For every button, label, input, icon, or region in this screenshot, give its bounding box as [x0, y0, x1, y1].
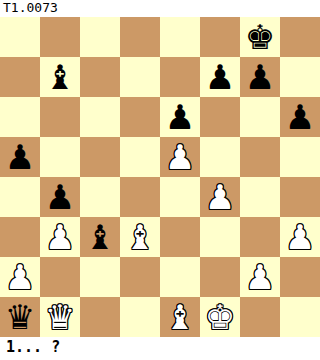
square-b7[interactable]: ♝ — [40, 57, 80, 97]
black-pawn-piece[interactable]: ♟ — [200, 57, 240, 97]
black-pawn-piece[interactable]: ♟ — [40, 177, 80, 217]
square-e8[interactable] — [160, 17, 200, 57]
square-h3[interactable]: ♟ — [280, 217, 320, 257]
square-g1[interactable] — [240, 297, 280, 337]
square-c4[interactable] — [80, 177, 120, 217]
black-bishop-piece[interactable]: ♝ — [40, 57, 80, 97]
square-e4[interactable] — [160, 177, 200, 217]
white-king-piece[interactable]: ♚ — [200, 297, 240, 337]
square-c7[interactable] — [80, 57, 120, 97]
square-f3[interactable] — [200, 217, 240, 257]
square-a3[interactable] — [0, 217, 40, 257]
puzzle-id: T1.0073 — [0, 0, 320, 17]
square-g8[interactable]: ♚ — [240, 17, 280, 57]
square-g3[interactable] — [240, 217, 280, 257]
square-c8[interactable] — [80, 17, 120, 57]
square-d4[interactable] — [120, 177, 160, 217]
square-e1[interactable]: ♝ — [160, 297, 200, 337]
square-b8[interactable] — [40, 17, 80, 57]
square-b5[interactable] — [40, 137, 80, 177]
square-c5[interactable] — [80, 137, 120, 177]
square-e7[interactable] — [160, 57, 200, 97]
black-pawn-piece[interactable]: ♟ — [240, 57, 280, 97]
square-d8[interactable] — [120, 17, 160, 57]
square-b6[interactable] — [40, 97, 80, 137]
square-f6[interactable] — [200, 97, 240, 137]
square-f5[interactable] — [200, 137, 240, 177]
white-bishop-piece[interactable]: ♝ — [160, 297, 200, 337]
black-pawn-piece[interactable]: ♟ — [280, 97, 320, 137]
square-h6[interactable]: ♟ — [280, 97, 320, 137]
square-f1[interactable]: ♚ — [200, 297, 240, 337]
square-g6[interactable] — [240, 97, 280, 137]
white-pawn-piece[interactable]: ♟ — [40, 217, 80, 257]
square-a4[interactable] — [0, 177, 40, 217]
square-c2[interactable] — [80, 257, 120, 297]
square-h5[interactable] — [280, 137, 320, 177]
white-pawn-piece[interactable]: ♟ — [160, 137, 200, 177]
white-bishop-piece[interactable]: ♝ — [120, 217, 160, 257]
white-pawn-piece[interactable]: ♟ — [240, 257, 280, 297]
square-b2[interactable] — [40, 257, 80, 297]
square-d5[interactable] — [120, 137, 160, 177]
square-c6[interactable] — [80, 97, 120, 137]
square-c1[interactable] — [80, 297, 120, 337]
square-d3[interactable]: ♝ — [120, 217, 160, 257]
square-a1[interactable]: ♛ — [0, 297, 40, 337]
move-prompt: 1... ? — [0, 337, 320, 359]
square-h8[interactable] — [280, 17, 320, 57]
square-e5[interactable]: ♟ — [160, 137, 200, 177]
square-e2[interactable] — [160, 257, 200, 297]
square-h4[interactable] — [280, 177, 320, 217]
square-g5[interactable] — [240, 137, 280, 177]
square-b1[interactable]: ♛ — [40, 297, 80, 337]
square-c3[interactable]: ♝ — [80, 217, 120, 257]
white-pawn-piece[interactable]: ♟ — [0, 257, 40, 297]
square-a2[interactable]: ♟ — [0, 257, 40, 297]
square-g7[interactable]: ♟ — [240, 57, 280, 97]
square-h7[interactable] — [280, 57, 320, 97]
square-e6[interactable]: ♟ — [160, 97, 200, 137]
square-b3[interactable]: ♟ — [40, 217, 80, 257]
square-f4[interactable]: ♟ — [200, 177, 240, 217]
white-pawn-piece[interactable]: ♟ — [200, 177, 240, 217]
black-pawn-piece[interactable]: ♟ — [160, 97, 200, 137]
square-f7[interactable]: ♟ — [200, 57, 240, 97]
white-pawn-piece[interactable]: ♟ — [280, 217, 320, 257]
square-g4[interactable] — [240, 177, 280, 217]
square-d6[interactable] — [120, 97, 160, 137]
chess-board: ♚♝♟♟♟♟♟♟♟♟♟♝♝♟♟♟♛♛♝♚ — [0, 17, 320, 337]
black-queen-piece[interactable]: ♛ — [0, 297, 40, 337]
square-a5[interactable]: ♟ — [0, 137, 40, 177]
square-d2[interactable] — [120, 257, 160, 297]
square-f8[interactable] — [200, 17, 240, 57]
square-e3[interactable] — [160, 217, 200, 257]
square-d1[interactable] — [120, 297, 160, 337]
square-f2[interactable] — [200, 257, 240, 297]
square-a8[interactable] — [0, 17, 40, 57]
square-g2[interactable]: ♟ — [240, 257, 280, 297]
square-a7[interactable] — [0, 57, 40, 97]
white-queen-piece[interactable]: ♛ — [40, 297, 80, 337]
black-pawn-piece[interactable]: ♟ — [0, 137, 40, 177]
square-h1[interactable] — [280, 297, 320, 337]
square-a6[interactable] — [0, 97, 40, 137]
black-king-piece[interactable]: ♚ — [240, 17, 280, 57]
black-bishop-piece[interactable]: ♝ — [80, 217, 120, 257]
square-h2[interactable] — [280, 257, 320, 297]
square-b4[interactable]: ♟ — [40, 177, 80, 217]
square-d7[interactable] — [120, 57, 160, 97]
